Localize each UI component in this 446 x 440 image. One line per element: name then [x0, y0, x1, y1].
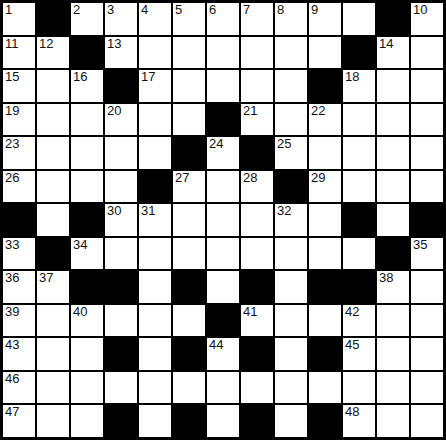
crossword-cell[interactable] — [411, 70, 443, 102]
crossword-cell[interactable] — [37, 137, 69, 169]
crossword-cell[interactable] — [411, 405, 443, 437]
crossword-cell[interactable] — [377, 405, 409, 437]
crossword-cell[interactable]: 24 — [207, 137, 239, 169]
crossword-cell[interactable] — [71, 405, 103, 437]
crossword-cell[interactable] — [37, 338, 69, 370]
crossword-cell[interactable] — [343, 171, 375, 203]
clue-number: 36 — [5, 271, 19, 285]
crossword-cell[interactable]: 1 — [3, 3, 35, 35]
crossword-cell[interactable] — [139, 372, 171, 404]
crossword-cell[interactable]: 7 — [241, 3, 273, 35]
crossword-cell[interactable]: 2 — [71, 3, 103, 35]
crossword-cell[interactable] — [411, 37, 443, 69]
crossword-cell[interactable] — [275, 372, 307, 404]
clue-number: 38 — [379, 271, 393, 285]
crossword-cell[interactable] — [37, 405, 69, 437]
clue-number: 22 — [311, 104, 325, 118]
crossword-cell[interactable] — [37, 104, 69, 136]
black-square — [241, 271, 273, 303]
black-square — [343, 271, 375, 303]
crossword-cell[interactable] — [139, 238, 171, 270]
clue-number: 26 — [5, 171, 19, 185]
crossword-cell[interactable]: 18 — [343, 70, 375, 102]
crossword-cell[interactable] — [275, 104, 307, 136]
crossword-cell[interactable] — [105, 372, 137, 404]
clue-number: 42 — [345, 305, 359, 319]
black-square — [309, 405, 341, 437]
crossword-cell[interactable] — [139, 271, 171, 303]
crossword-cell[interactable]: 20 — [105, 104, 137, 136]
crossword-cell[interactable]: 13 — [105, 37, 137, 69]
crossword-cell[interactable]: 5 — [173, 3, 205, 35]
clue-number: 39 — [5, 305, 19, 319]
crossword-cell[interactable] — [275, 238, 307, 270]
crossword-cell[interactable] — [275, 305, 307, 337]
crossword-cell[interactable]: 19 — [3, 104, 35, 136]
crossword-cell[interactable]: 45 — [343, 338, 375, 370]
crossword-cell[interactable]: 28 — [241, 171, 273, 203]
black-square — [139, 171, 171, 203]
crossword-cell[interactable]: 40 — [71, 305, 103, 337]
clue-number: 8 — [277, 3, 284, 17]
clue-number: 4 — [141, 3, 148, 17]
clue-number: 24 — [209, 137, 223, 151]
clue-number: 6 — [209, 3, 216, 17]
black-square — [105, 338, 137, 370]
clue-number: 47 — [5, 405, 19, 419]
clue-number: 16 — [73, 70, 87, 84]
clue-number: 30 — [107, 204, 121, 218]
crossword-puzzle: 1234567891011121314151617181920212223242… — [0, 0, 446, 440]
clue-number: 44 — [209, 338, 223, 352]
black-square — [343, 37, 375, 69]
crossword-cell[interactable] — [37, 171, 69, 203]
crossword-cell[interactable] — [207, 204, 239, 236]
crossword-cell[interactable]: 10 — [411, 3, 443, 35]
crossword-cell[interactable]: 9 — [309, 3, 341, 35]
crossword-cell[interactable] — [139, 305, 171, 337]
crossword-cell[interactable] — [241, 372, 273, 404]
crossword-cell[interactable] — [71, 338, 103, 370]
crossword-cell[interactable] — [71, 171, 103, 203]
crossword-cell[interactable] — [241, 37, 273, 69]
crossword-cell[interactable]: 44 — [207, 338, 239, 370]
black-square — [377, 238, 409, 270]
black-square — [309, 70, 341, 102]
black-square — [71, 204, 103, 236]
crossword-cell[interactable] — [207, 271, 239, 303]
crossword-cell[interactable]: 11 — [3, 37, 35, 69]
clue-number: 20 — [107, 104, 121, 118]
crossword-cell[interactable] — [173, 305, 205, 337]
crossword-cell[interactable] — [309, 37, 341, 69]
crossword-cell[interactable] — [411, 171, 443, 203]
crossword-cell[interactable]: 4 — [139, 3, 171, 35]
crossword-cell[interactable]: 6 — [207, 3, 239, 35]
crossword-cell[interactable]: 38 — [377, 271, 409, 303]
crossword-cell[interactable] — [139, 137, 171, 169]
crossword-cell[interactable] — [377, 104, 409, 136]
crossword-cell[interactable] — [173, 372, 205, 404]
crossword-cell[interactable] — [309, 204, 341, 236]
clue-number: 34 — [73, 238, 87, 252]
crossword-cell[interactable] — [377, 372, 409, 404]
crossword-cell[interactable] — [173, 37, 205, 69]
crossword-cell[interactable] — [173, 104, 205, 136]
crossword-cell[interactable]: 14 — [377, 37, 409, 69]
crossword-cell[interactable] — [207, 372, 239, 404]
black-square — [241, 338, 273, 370]
crossword-cell[interactable] — [411, 372, 443, 404]
crossword-cell[interactable]: 46 — [3, 372, 35, 404]
crossword-cell[interactable] — [275, 271, 307, 303]
crossword-cell[interactable]: 15 — [3, 70, 35, 102]
crossword-cell[interactable]: 16 — [71, 70, 103, 102]
crossword-cell[interactable]: 27 — [173, 171, 205, 203]
clue-number: 21 — [243, 104, 257, 118]
crossword-cell[interactable] — [343, 3, 375, 35]
crossword-cell[interactable] — [37, 70, 69, 102]
crossword-cell[interactable]: 32 — [275, 204, 307, 236]
crossword-cell[interactable] — [173, 238, 205, 270]
black-square — [37, 3, 69, 35]
crossword-cell[interactable] — [105, 137, 137, 169]
crossword-cell[interactable] — [207, 37, 239, 69]
crossword-cell[interactable]: 3 — [105, 3, 137, 35]
crossword-cell[interactable]: 25 — [275, 137, 307, 169]
clue-number: 2 — [73, 3, 80, 17]
clue-number: 33 — [5, 238, 19, 252]
crossword-cell[interactable]: 21 — [241, 104, 273, 136]
crossword-cell[interactable]: 22 — [309, 104, 341, 136]
crossword-cell[interactable] — [37, 372, 69, 404]
clue-number: 43 — [5, 338, 19, 352]
crossword-cell[interactable]: 31 — [139, 204, 171, 236]
crossword-cell[interactable]: 37 — [37, 271, 69, 303]
crossword-cell[interactable] — [139, 37, 171, 69]
crossword-cell[interactable] — [275, 37, 307, 69]
crossword-cell[interactable] — [377, 137, 409, 169]
clue-number: 29 — [311, 171, 325, 185]
clue-number: 7 — [243, 3, 250, 17]
crossword-cell[interactable] — [377, 171, 409, 203]
crossword-cell[interactable] — [309, 137, 341, 169]
crossword-cell[interactable] — [207, 171, 239, 203]
clue-number: 11 — [5, 37, 19, 51]
clue-number: 5 — [175, 3, 182, 17]
crossword-cell[interactable] — [343, 137, 375, 169]
crossword-cell[interactable]: 43 — [3, 338, 35, 370]
clue-number: 28 — [243, 171, 257, 185]
clue-number: 27 — [175, 171, 189, 185]
clue-number: 14 — [379, 37, 393, 51]
black-square — [241, 405, 273, 437]
crossword-cell[interactable] — [343, 372, 375, 404]
crossword-cell[interactable] — [343, 238, 375, 270]
clue-number: 37 — [39, 271, 53, 285]
clue-number: 25 — [277, 137, 291, 151]
black-square — [309, 338, 341, 370]
crossword-cell[interactable] — [105, 238, 137, 270]
black-square — [377, 3, 409, 35]
black-square — [105, 70, 137, 102]
crossword-cell[interactable] — [207, 238, 239, 270]
crossword-cell[interactable]: 17 — [139, 70, 171, 102]
crossword-cell[interactable]: 36 — [3, 271, 35, 303]
crossword-cell[interactable] — [207, 70, 239, 102]
crossword-cell[interactable]: 35 — [411, 238, 443, 270]
black-square — [105, 405, 137, 437]
crossword-cell[interactable] — [411, 271, 443, 303]
clue-number: 48 — [345, 405, 359, 419]
crossword-cell[interactable] — [71, 372, 103, 404]
crossword-cell[interactable]: 23 — [3, 137, 35, 169]
crossword-cell[interactable] — [275, 338, 307, 370]
clue-number: 19 — [5, 104, 19, 118]
clue-number: 1 — [5, 3, 12, 17]
crossword-cell[interactable] — [309, 305, 341, 337]
crossword-cell[interactable] — [37, 204, 69, 236]
crossword-cell[interactable] — [105, 305, 137, 337]
black-square — [173, 338, 205, 370]
crossword-cell[interactable] — [139, 405, 171, 437]
black-square — [241, 137, 273, 169]
crossword-cell[interactable] — [309, 238, 341, 270]
crossword-cell[interactable] — [377, 305, 409, 337]
crossword-cell[interactable] — [241, 238, 273, 270]
clue-number: 41 — [243, 305, 257, 319]
black-square — [3, 204, 35, 236]
clue-number: 10 — [413, 3, 427, 17]
crossword-cell[interactable] — [241, 204, 273, 236]
crossword-cell[interactable] — [241, 70, 273, 102]
clue-number: 31 — [141, 204, 155, 218]
crossword-cell[interactable] — [173, 70, 205, 102]
clue-number: 9 — [311, 3, 318, 17]
crossword-cell[interactable] — [139, 104, 171, 136]
crossword-cell[interactable] — [411, 137, 443, 169]
crossword-cell[interactable] — [377, 338, 409, 370]
clue-number: 23 — [5, 137, 19, 151]
crossword-cell[interactable]: 30 — [105, 204, 137, 236]
crossword-cell[interactable] — [275, 405, 307, 437]
black-square — [343, 204, 375, 236]
crossword-cell[interactable]: 41 — [241, 305, 273, 337]
black-square — [207, 305, 239, 337]
black-square — [309, 271, 341, 303]
clue-number: 40 — [73, 305, 87, 319]
crossword-cell[interactable] — [411, 338, 443, 370]
crossword-cell[interactable]: 47 — [3, 405, 35, 437]
clue-number: 3 — [107, 3, 114, 17]
crossword-cell[interactable] — [377, 70, 409, 102]
crossword-cell[interactable]: 48 — [343, 405, 375, 437]
clue-number: 12 — [39, 37, 53, 51]
clue-number: 46 — [5, 372, 19, 386]
black-square — [275, 171, 307, 203]
black-square — [173, 271, 205, 303]
clue-number: 18 — [345, 70, 359, 84]
crossword-cell[interactable] — [377, 204, 409, 236]
crossword-cell[interactable] — [309, 372, 341, 404]
crossword-cell[interactable] — [139, 338, 171, 370]
crossword-cell[interactable] — [37, 305, 69, 337]
clue-number: 45 — [345, 338, 359, 352]
clue-number: 17 — [141, 70, 155, 84]
crossword-cell[interactable] — [411, 104, 443, 136]
crossword-cell[interactable]: 8 — [275, 3, 307, 35]
clue-number: 13 — [107, 37, 121, 51]
crossword-cell[interactable] — [411, 305, 443, 337]
black-square — [411, 204, 443, 236]
crossword-cell[interactable]: 12 — [37, 37, 69, 69]
crossword-cell[interactable] — [71, 104, 103, 136]
clue-number: 15 — [5, 70, 19, 84]
crossword-grid: 1234567891011121314151617181920212223242… — [0, 0, 446, 440]
crossword-cell[interactable]: 42 — [343, 305, 375, 337]
black-square — [173, 405, 205, 437]
crossword-cell[interactable] — [275, 70, 307, 102]
crossword-cell[interactable]: 33 — [3, 238, 35, 270]
black-square — [37, 238, 69, 270]
crossword-cell[interactable]: 26 — [3, 171, 35, 203]
clue-number: 35 — [413, 238, 427, 252]
black-square — [105, 271, 137, 303]
crossword-cell[interactable]: 34 — [71, 238, 103, 270]
black-square — [71, 271, 103, 303]
black-square — [173, 137, 205, 169]
crossword-cell[interactable] — [173, 204, 205, 236]
black-square — [71, 37, 103, 69]
clue-number: 32 — [277, 204, 291, 218]
crossword-cell[interactable]: 39 — [3, 305, 35, 337]
crossword-cell[interactable] — [207, 405, 239, 437]
crossword-cell[interactable]: 29 — [309, 171, 341, 203]
crossword-cell[interactable] — [71, 137, 103, 169]
black-square — [207, 104, 239, 136]
crossword-cell[interactable] — [343, 104, 375, 136]
crossword-cell[interactable] — [105, 171, 137, 203]
